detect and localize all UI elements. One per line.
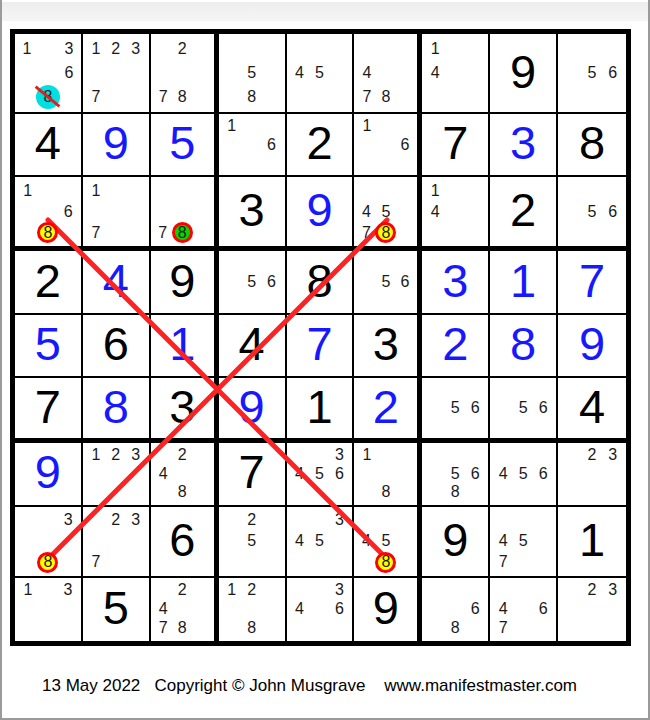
cell-r5c8[interactable]: 8 <box>490 315 558 378</box>
pencil-marks: 346 <box>287 578 353 641</box>
solved-digit: 3 <box>442 257 468 304</box>
cell-r4c9[interactable]: 7 <box>558 251 626 314</box>
cell-r3c6[interactable]: 4578 <box>354 177 422 251</box>
candidate: 3 <box>608 446 617 464</box>
pencil-marks: 456 <box>490 443 556 504</box>
pencil-marks: 237 <box>83 507 149 576</box>
cell-r8c7[interactable]: 9 <box>422 507 490 578</box>
yellow-circled-candidate: 8 <box>37 552 58 573</box>
candidate: 7 <box>362 224 371 242</box>
given-digit: 3 <box>239 186 265 233</box>
cell-r7c9[interactable]: 23 <box>558 443 626 506</box>
candidate: 1 <box>91 446 100 464</box>
candidate: 8 <box>451 483 460 501</box>
candidate: 6 <box>539 465 548 483</box>
candidate: 6 <box>64 64 73 82</box>
candidate: 5 <box>247 273 256 291</box>
candidate: 2 <box>111 40 120 58</box>
cell-r9c1[interactable]: 13 <box>15 578 83 641</box>
cell-r6c8[interactable]: 56 <box>490 378 558 443</box>
cell-r4c1[interactable]: 2 <box>15 251 83 314</box>
candidate: 6 <box>471 465 480 483</box>
cell-r9c6[interactable]: 9 <box>354 578 422 641</box>
candidate: 6 <box>539 399 548 417</box>
given-digit: 1 <box>579 516 605 563</box>
cell-r7c8[interactable]: 456 <box>490 443 558 506</box>
cell-r3c7[interactable]: 14 <box>422 177 490 251</box>
candidate: 5 <box>588 203 597 221</box>
cell-r4c6[interactable]: 56 <box>354 251 422 314</box>
given-digit: 6 <box>103 320 129 367</box>
cell-r9c5[interactable]: 346 <box>287 578 355 641</box>
candidate: 4 <box>295 532 304 550</box>
cell-r6c3[interactable]: 3 <box>151 378 219 443</box>
candidate: 8 <box>381 88 390 106</box>
cell-r5c2[interactable]: 6 <box>83 315 151 378</box>
candidate: 7 <box>91 553 100 571</box>
candidate: 5 <box>315 465 324 483</box>
pencil-marks: 168 <box>15 177 81 246</box>
candidate: 1 <box>362 117 371 135</box>
pencil-marks: 56 <box>558 177 626 246</box>
candidate: 4 <box>431 203 440 221</box>
candidate: 3 <box>335 581 344 599</box>
pencil-marks: 16 <box>354 114 417 175</box>
candidate: 5 <box>519 465 528 483</box>
pencil-marks: 345 <box>287 507 353 576</box>
cell-r4c3[interactable]: 9 <box>151 251 219 314</box>
pencil-marks: 1368 <box>15 34 81 112</box>
cell-r8c8[interactable]: 457 <box>490 507 558 578</box>
candidate: 2 <box>178 581 187 599</box>
cell-r6c5[interactable]: 1 <box>287 378 355 443</box>
cell-r8c4[interactable]: 25 <box>219 507 287 578</box>
cell-r4c8[interactable]: 1 <box>490 251 558 314</box>
cell-r1c6[interactable]: 478 <box>354 34 422 114</box>
cell-r6c7[interactable]: 56 <box>422 378 490 443</box>
pencil-marks: 68 <box>422 578 488 641</box>
candidate: 5 <box>381 203 390 221</box>
candidate: 4 <box>295 600 304 618</box>
pencil-marks: 23 <box>558 578 626 641</box>
cell-r4c4[interactable]: 56 <box>219 251 287 314</box>
pencil-marks: 25 <box>219 507 285 576</box>
candidate: 6 <box>335 600 344 618</box>
candidate: 2 <box>247 511 256 529</box>
cyan-slash-circled-candidate: 8 <box>36 85 60 109</box>
solved-digit: 9 <box>239 383 265 430</box>
cell-r5c6[interactable]: 3 <box>354 315 422 378</box>
pencil-marks: 278 <box>151 34 214 112</box>
candidate: 1 <box>23 182 32 200</box>
pencil-marks: 3456 <box>287 443 353 504</box>
pencil-marks: 14 <box>422 34 488 112</box>
sudoku-board: 1368123727858454781495649516216738168177… <box>10 29 631 646</box>
pencil-marks: 56 <box>422 378 488 438</box>
given-digit: 9 <box>442 516 468 563</box>
candidate: 7 <box>499 619 508 637</box>
given-digit: 7 <box>442 119 468 166</box>
solved-digit: 2 <box>442 320 468 367</box>
cell-r8c9[interactable]: 1 <box>558 507 626 578</box>
candidate: 6 <box>64 203 73 221</box>
cell-r3c2[interactable]: 17 <box>83 177 151 251</box>
cell-r5c7[interactable]: 2 <box>422 315 490 378</box>
cell-r1c3[interactable]: 278 <box>151 34 219 114</box>
cell-r2c5[interactable]: 2 <box>287 114 355 177</box>
solved-digit: 1 <box>510 257 536 304</box>
cell-r6c1[interactable]: 7 <box>15 378 83 443</box>
candidate: 1 <box>431 182 440 200</box>
cell-r1c2[interactable]: 1237 <box>83 34 151 114</box>
candidate: 4 <box>499 465 508 483</box>
candidate: 4 <box>295 64 304 82</box>
pencil-marks: 16 <box>219 114 285 175</box>
candidate: 6 <box>608 203 617 221</box>
given-digit: 9 <box>373 584 399 631</box>
candidate: 3 <box>64 511 73 529</box>
candidate: 5 <box>519 532 528 550</box>
given-digit: 7 <box>239 448 265 495</box>
solved-digit: 1 <box>169 320 195 367</box>
pencil-marks: 467 <box>490 578 556 641</box>
solved-digit: 5 <box>169 119 195 166</box>
pencil-marks: 78 <box>151 177 214 246</box>
candidate: 8 <box>247 619 256 637</box>
candidate: 2 <box>111 446 120 464</box>
candidate: 4 <box>362 203 371 221</box>
given-digit: 4 <box>239 320 265 367</box>
given-digit: 9 <box>510 48 536 95</box>
candidate: 1 <box>431 40 440 58</box>
candidate: 4 <box>362 64 371 82</box>
cell-r2c3[interactable]: 5 <box>151 114 219 177</box>
candidate: 3 <box>335 511 344 529</box>
cell-r8c3[interactable]: 6 <box>151 507 219 578</box>
pencil-marks: 123 <box>83 443 149 504</box>
candidate: 1 <box>91 40 100 58</box>
given-digit: 5 <box>103 584 129 631</box>
cell-r8c2[interactable]: 237 <box>83 507 151 578</box>
pencil-marks: 56 <box>490 378 556 438</box>
candidate: 2 <box>588 581 597 599</box>
cell-r9c7[interactable]: 68 <box>422 578 490 641</box>
cell-r3c1[interactable]: 168 <box>15 177 83 251</box>
cell-r2c6[interactable]: 16 <box>354 114 422 177</box>
pencil-marks: 248 <box>151 443 214 504</box>
cell-r8c6[interactable]: 458 <box>354 507 422 578</box>
cell-r9c4[interactable]: 128 <box>219 578 287 641</box>
pencil-marks: 23 <box>558 443 626 504</box>
cell-r7c2[interactable]: 123 <box>83 443 151 506</box>
pencil-marks: 13 <box>15 578 81 641</box>
candidate: 4 <box>159 465 168 483</box>
candidate: 7 <box>91 224 100 242</box>
candidate: 6 <box>471 600 480 618</box>
candidate: 3 <box>131 511 140 529</box>
candidate: 4 <box>362 532 371 550</box>
cell-r6c2[interactable]: 8 <box>83 378 151 443</box>
cell-r2c7[interactable]: 7 <box>422 114 490 177</box>
pencil-marks: 2478 <box>151 578 214 641</box>
candidate: 4 <box>499 600 508 618</box>
candidate: 8 <box>451 619 460 637</box>
pencil-marks: 17 <box>83 177 149 246</box>
footer-copyright: 13 May 2022 Copyright © John Musgrave ww… <box>42 676 577 696</box>
cell-r7c3[interactable]: 248 <box>151 443 219 506</box>
candidate: 4 <box>499 532 508 550</box>
candidate: 1 <box>91 182 100 200</box>
cell-r3c8[interactable]: 2 <box>490 177 558 251</box>
cell-r3c9[interactable]: 56 <box>558 177 626 251</box>
candidate: 5 <box>247 64 256 82</box>
pencil-marks: 45 <box>287 34 353 112</box>
candidate: 3 <box>335 446 344 464</box>
cell-r5c3[interactable]: 1 <box>151 315 219 378</box>
candidate: 5 <box>519 399 528 417</box>
candidate: 8 <box>178 88 187 106</box>
green-circled-candidate: 8 <box>172 222 193 243</box>
cell-r9c9[interactable]: 23 <box>558 578 626 641</box>
candidate: 2 <box>178 446 187 464</box>
given-digit: 2 <box>35 257 61 304</box>
candidate: 8 <box>178 619 187 637</box>
candidate: 2 <box>111 511 120 529</box>
pencil-marks: 14 <box>422 177 488 246</box>
cell-r3c4[interactable]: 3 <box>219 177 287 251</box>
pencil-marks: 568 <box>422 443 488 504</box>
cell-r5c1[interactable]: 5 <box>15 315 83 378</box>
cell-r7c6[interactable]: 18 <box>354 443 422 506</box>
solved-digit: 3 <box>510 119 536 166</box>
cell-r2c8[interactable]: 3 <box>490 114 558 177</box>
candidate: 3 <box>131 40 140 58</box>
yellow-circled-candidate: 8 <box>375 552 396 573</box>
cell-r3c3[interactable]: 78 <box>151 177 219 251</box>
solved-digit: 5 <box>35 320 61 367</box>
candidate: 6 <box>267 273 276 291</box>
candidate: 6 <box>608 64 617 82</box>
cell-r1c5[interactable]: 45 <box>287 34 355 114</box>
cell-r5c5[interactable]: 7 <box>287 315 355 378</box>
given-digit: 3 <box>373 320 399 367</box>
given-digit: 8 <box>306 257 332 304</box>
cell-r5c9[interactable]: 9 <box>558 315 626 378</box>
cell-r5c4[interactable]: 4 <box>219 315 287 378</box>
candidate: 3 <box>64 40 73 58</box>
solved-digit: 2 <box>373 383 399 430</box>
candidate: 5 <box>451 465 460 483</box>
candidate: 1 <box>227 581 236 599</box>
cell-r7c5[interactable]: 3456 <box>287 443 355 506</box>
candidate: 8 <box>178 483 187 501</box>
solved-digit: 9 <box>579 320 605 367</box>
cell-r1c4[interactable]: 58 <box>219 34 287 114</box>
cell-r1c7[interactable]: 14 <box>422 34 490 114</box>
pencil-marks: 128 <box>219 578 285 641</box>
pencil-marks: 56 <box>354 251 417 312</box>
candidate: 5 <box>451 399 460 417</box>
candidate: 7 <box>362 88 371 106</box>
cell-r1c1[interactable]: 1368 <box>15 34 83 114</box>
candidate: 3 <box>63 581 72 599</box>
yellow-circled-candidate: 8 <box>375 222 396 243</box>
cell-r6c6[interactable]: 2 <box>354 378 422 443</box>
cell-r8c5[interactable]: 345 <box>287 507 355 578</box>
candidate: 7 <box>159 619 168 637</box>
candidate: 7 <box>159 88 168 106</box>
candidate: 5 <box>247 532 256 550</box>
candidate: 5 <box>381 273 390 291</box>
cell-r4c5[interactable]: 8 <box>287 251 355 314</box>
candidate: 2 <box>588 446 597 464</box>
given-digit: 9 <box>169 257 195 304</box>
given-digit: 6 <box>169 516 195 563</box>
given-digit: 2 <box>306 119 332 166</box>
yellow-circled-candidate: 8 <box>37 222 58 243</box>
cell-r7c1[interactable]: 9 <box>15 443 83 506</box>
cell-r9c2[interactable]: 5 <box>83 578 151 641</box>
candidate: 6 <box>471 399 480 417</box>
candidate: 5 <box>315 64 324 82</box>
solved-digit: 8 <box>103 383 129 430</box>
candidate: 2 <box>178 40 187 58</box>
cell-r2c9[interactable]: 8 <box>558 114 626 177</box>
cell-r7c4[interactable]: 7 <box>219 443 287 506</box>
pencil-marks: 56 <box>219 251 285 312</box>
pencil-marks: 4578 <box>354 177 417 246</box>
solved-digit: 4 <box>103 257 129 304</box>
pencil-marks: 56 <box>558 34 626 112</box>
cell-r1c9[interactable]: 56 <box>558 34 626 114</box>
candidate: 6 <box>400 273 409 291</box>
cell-r1c8[interactable]: 9 <box>490 34 558 114</box>
candidate: 3 <box>608 581 617 599</box>
candidate: 6 <box>267 136 276 154</box>
solved-digit: 7 <box>306 320 332 367</box>
cell-r2c1[interactable]: 4 <box>15 114 83 177</box>
candidate: 5 <box>315 532 324 550</box>
cell-r7c7[interactable]: 568 <box>422 443 490 506</box>
candidate: 8 <box>247 88 256 106</box>
candidate: 7 <box>158 224 167 242</box>
cell-r3c5[interactable]: 9 <box>287 177 355 251</box>
candidate: 6 <box>400 136 409 154</box>
cell-r4c2[interactable]: 4 <box>83 251 151 314</box>
cell-r9c8[interactable]: 467 <box>490 578 558 641</box>
given-digit: 1 <box>306 383 332 430</box>
solved-digit: 9 <box>103 119 129 166</box>
candidate: 5 <box>588 64 597 82</box>
pencil-marks: 457 <box>490 507 556 576</box>
candidate: 4 <box>431 64 440 82</box>
given-digit: 3 <box>169 383 195 430</box>
candidate: 4 <box>295 465 304 483</box>
candidate: 7 <box>499 553 508 571</box>
given-digit: 2 <box>510 186 536 233</box>
candidate: 1 <box>227 117 236 135</box>
candidate: 6 <box>539 600 548 618</box>
candidate: 1 <box>362 446 371 464</box>
given-digit: 4 <box>579 383 605 430</box>
candidate: 6 <box>335 465 344 483</box>
cell-r6c4[interactable]: 9 <box>219 378 287 443</box>
candidate: 5 <box>381 532 390 550</box>
given-digit: 7 <box>35 383 61 430</box>
cell-r9c3[interactable]: 2478 <box>151 578 219 641</box>
window-toolbar-strip <box>2 2 648 21</box>
pencil-marks: 478 <box>354 34 417 112</box>
given-digit: 8 <box>579 119 605 166</box>
pencil-marks: 38 <box>15 507 81 576</box>
candidate: 7 <box>91 88 100 106</box>
pencil-marks: 58 <box>219 34 285 112</box>
candidate: 8 <box>381 483 390 501</box>
candidate: 1 <box>24 581 33 599</box>
candidate: 3 <box>131 446 140 464</box>
solved-digit: 8 <box>510 320 536 367</box>
pencil-marks: 458 <box>354 507 417 576</box>
pencil-marks: 1237 <box>83 34 149 112</box>
candidate: 1 <box>23 40 32 58</box>
cell-r2c4[interactable]: 16 <box>219 114 287 177</box>
cell-r4c7[interactable]: 3 <box>422 251 490 314</box>
cell-r6c9[interactable]: 4 <box>558 378 626 443</box>
given-digit: 4 <box>35 119 61 166</box>
solved-digit: 9 <box>35 448 61 495</box>
pencil-marks: 18 <box>354 443 417 504</box>
candidate: 4 <box>159 600 168 618</box>
cell-r8c1[interactable]: 38 <box>15 507 83 578</box>
solved-digit: 9 <box>306 186 332 233</box>
solved-digit: 7 <box>579 257 605 304</box>
cell-r2c2[interactable]: 9 <box>83 114 151 177</box>
candidate: 2 <box>247 581 256 599</box>
